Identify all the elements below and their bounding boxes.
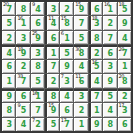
cell-r5c5[interactable]: 9: [60, 60, 73, 73]
cell-r4c2[interactable]: 189: [16, 45, 29, 58]
cell-r1c9[interactable]: 185: [118, 2, 131, 15]
cell-r2c5[interactable]: 158: [60, 16, 73, 29]
cell-r8c3[interactable]: 7: [31, 103, 44, 116]
cell-digit: 1: [94, 107, 100, 115]
cell-digit: 3: [79, 93, 85, 101]
cell-digit: 7: [51, 63, 57, 71]
cell-digit: 1: [122, 63, 128, 71]
cell-r5c9[interactable]: 1: [118, 60, 131, 73]
cell-digit: 2: [35, 121, 41, 129]
cell-digit: 7: [64, 121, 70, 129]
cell-digit: 4: [51, 20, 57, 28]
cell-digit: 6: [122, 121, 128, 129]
sudoku-board: 2078943215961611855161611415871832923259…: [0, 0, 133, 133]
cell-digit: 8: [108, 121, 114, 129]
cell-digit: 6: [94, 6, 100, 14]
cell-digit: 9: [79, 6, 85, 14]
cell-r4c8[interactable]: 6: [103, 45, 116, 58]
cell-digit: 8: [79, 50, 85, 58]
cell-r9c7[interactable]: 9: [89, 118, 102, 131]
cell-digit: 1: [21, 20, 27, 28]
cell-digit: 3: [21, 35, 27, 43]
cell-r3c6[interactable]: 5: [74, 31, 87, 44]
cell-r6c8[interactable]: 9: [103, 74, 116, 87]
cell-digit: 8: [64, 20, 70, 28]
cell-digit: 3: [51, 6, 57, 14]
cell-digit: 9: [108, 78, 114, 86]
cell-digit: 3: [6, 121, 12, 129]
cell-r2c2[interactable]: 161: [16, 16, 29, 29]
cage-sum: 6: [61, 31, 64, 36]
cell-digit: 7: [21, 78, 27, 86]
cell-digit: 2: [94, 50, 100, 58]
cell-digit: 4: [6, 50, 12, 58]
cell-digit: 6: [6, 63, 12, 71]
cell-r9c3[interactable]: 72: [31, 118, 44, 131]
cell-digit: 2: [122, 93, 128, 101]
cell-digit: 2: [64, 6, 70, 14]
cell-r1c6[interactable]: 159: [74, 2, 87, 15]
cell-digit: 6: [21, 93, 27, 101]
cell-digit: 4: [64, 93, 70, 101]
cell-r9c4[interactable]: 5: [45, 118, 58, 131]
cell-r1c7[interactable]: 6: [89, 2, 102, 15]
cell-r2c9[interactable]: 9: [118, 16, 131, 29]
cell-r2c7[interactable]: 183: [89, 16, 102, 29]
cell-r3c8[interactable]: 7: [103, 31, 116, 44]
cell-digit: 6: [79, 78, 85, 86]
cell-r4c7[interactable]: 2: [89, 45, 102, 58]
cell-digit: 7: [35, 107, 41, 115]
cell-digit: 9: [51, 107, 57, 115]
cell-r4c9[interactable]: 207: [118, 45, 131, 58]
cell-digit: 5: [79, 35, 85, 43]
cell-r8c1[interactable]: 8: [2, 103, 15, 116]
cell-r2c3[interactable]: 6: [31, 16, 44, 29]
cell-r5c2[interactable]: 2: [16, 60, 29, 73]
cell-r7c9[interactable]: 2: [118, 89, 131, 102]
cell-r4c4[interactable]: 1: [45, 45, 58, 58]
cell-r7c4[interactable]: 8: [45, 89, 58, 102]
cell-digit: 6: [35, 20, 41, 28]
cell-r4c3[interactable]: 3: [31, 45, 44, 58]
cell-digit: 6: [108, 50, 114, 58]
cell-digit: 8: [21, 6, 27, 14]
cell-digit: 4: [21, 121, 27, 129]
cell-r9c9[interactable]: 6: [118, 118, 131, 131]
cell-r3c5[interactable]: 61: [60, 31, 73, 44]
cell-r5c7[interactable]: 165: [89, 60, 102, 73]
cell-r6c1[interactable]: 1: [2, 74, 15, 87]
cell-r5c3[interactable]: 8: [31, 60, 44, 73]
cell-r4c5[interactable]: 5: [60, 45, 73, 58]
cell-r7c5[interactable]: 4: [60, 89, 73, 102]
cell-r2c1[interactable]: 5: [2, 16, 15, 29]
cell-r6c4[interactable]: 2: [45, 74, 58, 87]
cell-r1c3[interactable]: 94: [31, 2, 44, 15]
cell-digit: 5: [35, 78, 41, 86]
cell-digit: 3: [94, 20, 100, 28]
cell-r4c1[interactable]: 4: [2, 45, 15, 58]
cell-r3c2[interactable]: 3: [16, 31, 29, 44]
cell-r5c4[interactable]: 7: [45, 60, 58, 73]
cell-r1c2[interactable]: 8: [16, 2, 29, 15]
cage-sum: 9: [17, 103, 20, 108]
cell-digit: 3: [64, 78, 70, 86]
cell-digit: 7: [94, 93, 100, 101]
cell-r8c5[interactable]: 6: [60, 103, 73, 116]
cell-digit: 2: [108, 20, 114, 28]
cell-r4c6[interactable]: 308: [74, 45, 87, 58]
cell-r7c3[interactable]: 161: [31, 89, 44, 102]
cell-r3c1[interactable]: 2: [2, 31, 15, 44]
cell-r6c5[interactable]: 73: [60, 74, 73, 87]
cell-digit: 8: [6, 107, 12, 115]
cell-r5c1[interactable]: 6: [2, 60, 15, 73]
cell-digit: 5: [108, 93, 114, 101]
cell-r8c9[interactable]: 173: [118, 103, 131, 116]
cell-r5c6[interactable]: 4: [74, 60, 87, 73]
cell-r8c7[interactable]: 1: [89, 103, 102, 116]
cell-r1c5[interactable]: 2: [60, 2, 73, 15]
cell-digit: 8: [94, 35, 100, 43]
cell-r3c3[interactable]: 259: [31, 31, 44, 44]
cell-r1c1[interactable]: 207: [2, 2, 15, 15]
cell-r8c2[interactable]: 95: [16, 103, 29, 116]
cell-r7c2[interactable]: 6: [16, 89, 29, 102]
cell-digit: 5: [51, 121, 57, 129]
cell-digit: 7: [6, 6, 12, 14]
cell-digit: 2: [79, 107, 85, 115]
cell-r2c6[interactable]: 7: [74, 16, 87, 29]
cell-digit: 5: [94, 63, 100, 71]
cell-digit: 8: [122, 78, 128, 86]
cell-r6c7[interactable]: 4: [89, 74, 102, 87]
cell-digit: 7: [108, 35, 114, 43]
cell-digit: 9: [35, 35, 41, 43]
cell-r6c6[interactable]: 116: [74, 74, 87, 87]
cell-digit: 9: [64, 63, 70, 71]
cell-r3c7[interactable]: 8: [89, 31, 102, 44]
cage-sum: 9: [32, 2, 35, 7]
cell-digit: 5: [6, 20, 12, 28]
cell-r7c8[interactable]: 5: [103, 89, 116, 102]
cell-r2c4[interactable]: 114: [45, 16, 58, 29]
cell-r6c3[interactable]: 5: [31, 74, 44, 87]
cell-r3c9[interactable]: 4: [118, 31, 131, 44]
cell-digit: 2: [21, 63, 27, 71]
cell-digit: 3: [35, 50, 41, 58]
cell-digit: 2: [51, 78, 57, 86]
cell-r7c6[interactable]: 3: [74, 89, 87, 102]
cell-digit: 1: [6, 78, 12, 86]
cell-digit: 1: [51, 50, 57, 58]
cell-digit: 9: [6, 93, 12, 101]
cell-digit: 5: [64, 50, 70, 58]
cell-r9c5[interactable]: 177: [60, 118, 73, 131]
cell-digit: 4: [79, 63, 85, 71]
cell-digit: 4: [35, 6, 41, 14]
cell-digit: 7: [79, 20, 85, 28]
cage-sum: 7: [32, 118, 35, 123]
cell-digit: 8: [35, 63, 41, 71]
cell-digit: 1: [79, 121, 85, 129]
cell-r3c4[interactable]: 6: [45, 31, 58, 44]
cell-r9c2[interactable]: 4: [16, 118, 29, 131]
cell-r7c7[interactable]: 7: [89, 89, 102, 102]
cell-digit: 9: [21, 50, 27, 58]
cell-digit: 4: [108, 107, 114, 115]
cell-digit: 1: [35, 93, 41, 101]
cell-r8c4[interactable]: 159: [45, 103, 58, 116]
cell-r1c4[interactable]: 3: [45, 2, 58, 15]
cell-digit: 9: [122, 20, 128, 28]
cell-r8c8[interactable]: 4: [103, 103, 116, 116]
cell-digit: 9: [94, 121, 100, 129]
cell-digit: 5: [122, 6, 128, 14]
cell-r9c1[interactable]: 3: [2, 118, 15, 131]
cell-r9c8[interactable]: 8: [103, 118, 116, 131]
cell-digit: 8: [51, 93, 57, 101]
cell-r8c6[interactable]: 2: [74, 103, 87, 116]
cell-r6c2[interactable]: 337: [16, 74, 29, 87]
cell-digit: 4: [94, 78, 100, 86]
cell-digit: 5: [21, 107, 27, 115]
cell-r7c1[interactable]: 9: [2, 89, 15, 102]
cell-r9c6[interactable]: 1: [74, 118, 87, 131]
cell-r5c8[interactable]: 3: [103, 60, 116, 73]
cell-digit: 1: [108, 6, 114, 14]
cell-r2c8[interactable]: 2: [103, 16, 116, 29]
cage-sum: 7: [61, 74, 64, 79]
cell-digit: 2: [6, 35, 12, 43]
cell-digit: 6: [51, 35, 57, 43]
cell-digit: 7: [122, 50, 128, 58]
cell-digit: 3: [108, 63, 114, 71]
cell-r1c8[interactable]: 161: [103, 2, 116, 15]
cell-r6c9[interactable]: 208: [118, 74, 131, 87]
cell-digit: 1: [64, 35, 70, 43]
cell-digit: 3: [122, 107, 128, 115]
cell-digit: 6: [64, 107, 70, 115]
cell-digit: 4: [122, 35, 128, 43]
